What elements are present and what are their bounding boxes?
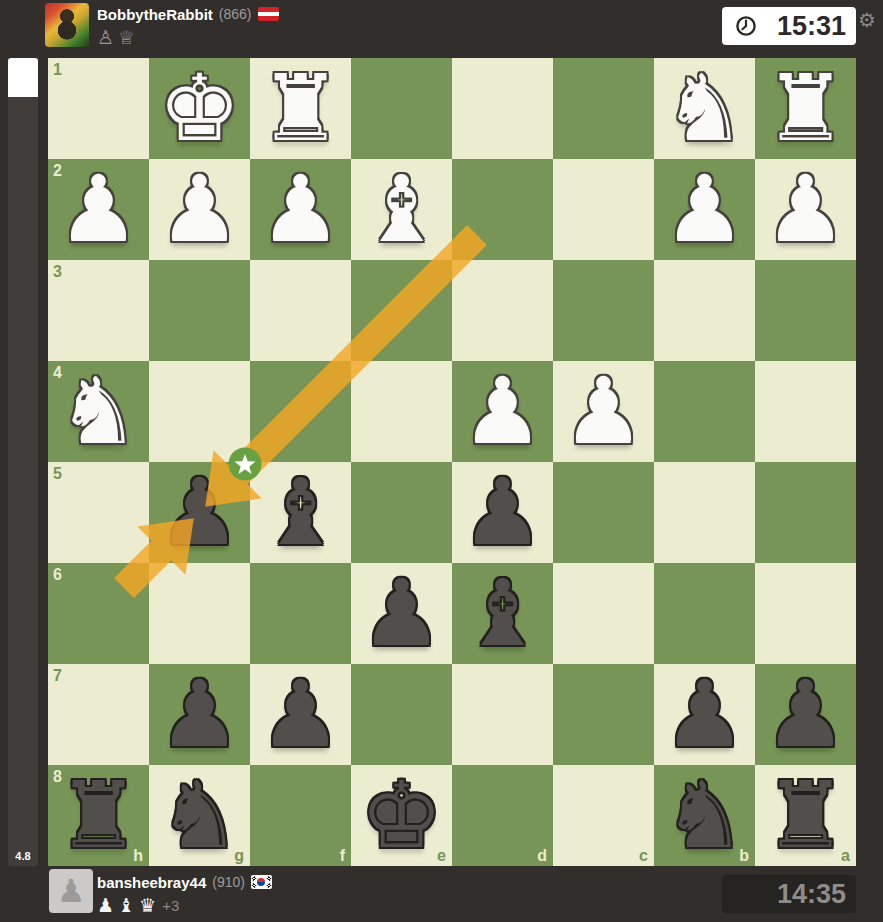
rank-label-8: 8 <box>53 768 62 786</box>
square-a1[interactable]: ♜ <box>755 58 856 159</box>
white-pawn[interactable]: ♟ <box>149 159 250 260</box>
default-pawn-avatar-icon: ♟ <box>57 869 86 913</box>
captured-queen-icon: ♕ <box>118 26 135 48</box>
square-f3[interactable] <box>250 260 351 361</box>
square-h3[interactable]: 3 <box>48 260 149 361</box>
black-pawn[interactable]: ♟ <box>351 563 452 664</box>
square-f5[interactable]: ♝ <box>250 462 351 563</box>
black-bishop[interactable]: ♝ <box>452 563 553 664</box>
white-bishop[interactable]: ♝ <box>351 159 452 260</box>
captured-bishop-icon: ♝ <box>118 894 135 916</box>
square-c1[interactable] <box>553 58 654 159</box>
black-pawn[interactable]: ♟ <box>654 664 755 765</box>
top-player-time: 15:31 <box>777 11 846 42</box>
square-d6[interactable]: ♝ <box>452 563 553 664</box>
square-e3[interactable] <box>351 260 452 361</box>
square-e4[interactable] <box>351 361 452 462</box>
bottom-player-captured-pieces: ♟♝♛+3 <box>97 894 272 916</box>
file-label-b: b <box>739 847 749 865</box>
square-e2[interactable]: ♝ <box>351 159 452 260</box>
white-pawn[interactable]: ♟ <box>755 159 856 260</box>
white-king[interactable]: ♚ <box>149 58 250 159</box>
square-a6[interactable] <box>755 563 856 664</box>
white-pawn[interactable]: ♟ <box>48 159 149 260</box>
square-a2[interactable]: ♟ <box>755 159 856 260</box>
south-korea-flag-icon <box>251 875 272 889</box>
square-f4[interactable] <box>250 361 351 462</box>
square-d7[interactable] <box>452 664 553 765</box>
square-b1[interactable]: ♞ <box>654 58 755 159</box>
square-h1[interactable]: 1 <box>48 58 149 159</box>
top-player-rating: (866) <box>219 6 252 22</box>
square-c3[interactable] <box>553 260 654 361</box>
file-label-f: f <box>340 847 345 865</box>
square-h8[interactable]: ♜8h <box>48 765 149 866</box>
black-pawn[interactable]: ♟ <box>755 664 856 765</box>
square-h5[interactable]: 5 <box>48 462 149 563</box>
square-f1[interactable]: ♜ <box>250 58 351 159</box>
square-c5[interactable] <box>553 462 654 563</box>
square-c4[interactable]: ♟ <box>553 361 654 462</box>
evaluation-bar: 4.8 <box>8 58 38 866</box>
top-player-name[interactable]: BobbytheRabbit <box>97 6 213 23</box>
square-a3[interactable] <box>755 260 856 361</box>
square-a7[interactable]: ♟ <box>755 664 856 765</box>
square-g8[interactable]: ♞g <box>149 765 250 866</box>
white-knight[interactable]: ♞ <box>654 58 755 159</box>
square-g7[interactable]: ♟ <box>149 664 250 765</box>
evaluation-white-portion <box>8 58 38 97</box>
file-label-d: d <box>537 847 547 865</box>
square-b6[interactable] <box>654 563 755 664</box>
square-f6[interactable] <box>250 563 351 664</box>
white-pawn[interactable]: ♟ <box>654 159 755 260</box>
white-pawn[interactable]: ♟ <box>250 159 351 260</box>
square-b3[interactable] <box>654 260 755 361</box>
square-c6[interactable] <box>553 563 654 664</box>
black-pawn[interactable]: ♟ <box>250 664 351 765</box>
square-g4[interactable] <box>149 361 250 462</box>
top-player-clock: 15:31 <box>722 7 856 45</box>
square-h2[interactable]: ♟2 <box>48 159 149 260</box>
square-h7[interactable]: 7 <box>48 664 149 765</box>
white-knight[interactable]: ♞ <box>48 361 149 462</box>
square-b5[interactable] <box>654 462 755 563</box>
square-d8[interactable]: d <box>452 765 553 866</box>
white-rook[interactable]: ♜ <box>250 58 351 159</box>
black-pawn[interactable]: ♟ <box>452 462 553 563</box>
clock-icon <box>735 15 757 37</box>
square-e8[interactable]: ♚e <box>351 765 452 866</box>
captured-pawn-icon: ♙ <box>97 26 114 48</box>
square-g5[interactable]: ♟ <box>149 462 250 563</box>
bottom-player-clock: 14:35 <box>722 875 856 913</box>
black-pawn[interactable]: ♟ <box>149 664 250 765</box>
square-c8[interactable]: c <box>553 765 654 866</box>
material-advantage: +3 <box>162 897 179 914</box>
square-h4[interactable]: ♞4 <box>48 361 149 462</box>
top-player-avatar[interactable] <box>45 3 89 47</box>
file-label-a: a <box>841 847 850 865</box>
white-pawn[interactable]: ♟ <box>553 361 654 462</box>
square-c7[interactable] <box>553 664 654 765</box>
square-f8[interactable]: f <box>250 765 351 866</box>
austria-flag-icon <box>258 7 279 21</box>
square-b2[interactable]: ♟ <box>654 159 755 260</box>
square-g3[interactable] <box>149 260 250 361</box>
evaluation-score: 4.8 <box>8 850 38 862</box>
black-pawn[interactable]: ♟ <box>149 462 250 563</box>
file-label-g: g <box>234 847 244 865</box>
square-e7[interactable] <box>351 664 452 765</box>
settings-gear-icon[interactable]: ⚙ <box>856 9 878 31</box>
file-label-h: h <box>133 847 143 865</box>
file-label-e: e <box>437 847 446 865</box>
rank-label-5: 5 <box>53 465 62 483</box>
captured-queen-icon: ♛ <box>139 894 156 916</box>
square-f7[interactable]: ♟ <box>250 664 351 765</box>
white-pawn[interactable]: ♟ <box>452 361 553 462</box>
chess-board[interactable]: 1♚♜♞♜♟2♟♟♝♟♟3♞4♟♟5♟♝♟6♟♝7♟♟♟♟♜8h♞gf♚edc♞… <box>48 58 856 866</box>
white-rook[interactable]: ♜ <box>755 58 856 159</box>
square-f2[interactable]: ♟ <box>250 159 351 260</box>
square-g1[interactable]: ♚ <box>149 58 250 159</box>
square-g2[interactable]: ♟ <box>149 159 250 260</box>
square-g6[interactable] <box>149 563 250 664</box>
square-a5[interactable] <box>755 462 856 563</box>
square-d4[interactable]: ♟ <box>452 361 553 462</box>
rank-label-3: 3 <box>53 263 62 281</box>
square-d5[interactable]: ♟ <box>452 462 553 563</box>
square-b8[interactable]: ♞b <box>654 765 755 866</box>
square-d2[interactable] <box>452 159 553 260</box>
bottom-player-name[interactable]: bansheebray44 <box>97 874 206 891</box>
top-player-captured-pieces: ♙♕ <box>97 26 279 48</box>
square-e1[interactable] <box>351 58 452 159</box>
bottom-player-time: 14:35 <box>777 879 846 910</box>
square-h6[interactable]: 6 <box>48 563 149 664</box>
file-label-c: c <box>639 847 648 865</box>
black-bishop[interactable]: ♝ <box>250 462 351 563</box>
rank-label-4: 4 <box>53 364 62 382</box>
rank-label-7: 7 <box>53 667 62 685</box>
bottom-player-rating: (910) <box>212 874 245 890</box>
rank-label-6: 6 <box>53 566 62 584</box>
square-e5[interactable] <box>351 462 452 563</box>
square-a8[interactable]: ♜a <box>755 765 856 866</box>
square-d1[interactable] <box>452 58 553 159</box>
rank-label-2: 2 <box>53 162 62 180</box>
top-player-bar: BobbytheRabbit (866) ♙♕ 15:31 ⚙ <box>0 0 883 58</box>
square-b7[interactable]: ♟ <box>654 664 755 765</box>
rank-label-1: 1 <box>53 61 62 79</box>
square-a4[interactable] <box>755 361 856 462</box>
square-d3[interactable] <box>452 260 553 361</box>
square-c2[interactable] <box>553 159 654 260</box>
bottom-player-bar: ♟ bansheebray44 (910) ♟♝♛+3 14:35 <box>0 864 883 922</box>
square-e6[interactable]: ♟ <box>351 563 452 664</box>
bottom-player-avatar[interactable]: ♟ <box>49 869 93 913</box>
captured-pawn-icon: ♟ <box>97 894 114 916</box>
square-b4[interactable] <box>654 361 755 462</box>
